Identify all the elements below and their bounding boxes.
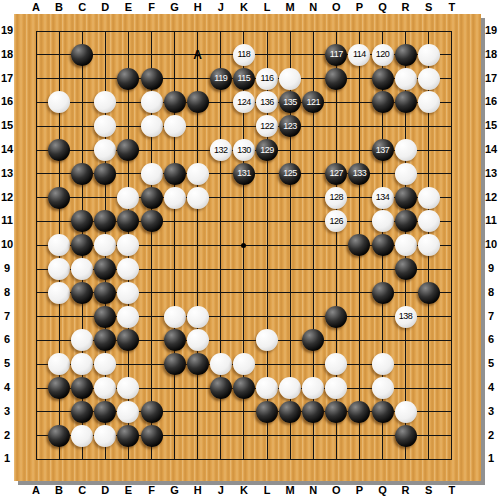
coord-label: D	[97, 1, 113, 13]
stone-L14[interactable]: 129	[256, 139, 278, 161]
grid-line	[36, 459, 453, 460]
move-number: 119	[214, 74, 227, 83]
stone-B12[interactable]	[48, 187, 70, 209]
stone-H16[interactable]	[187, 91, 209, 113]
stone-O13[interactable]: 127	[325, 163, 347, 185]
coord-label: T	[444, 1, 460, 13]
move-number: 126	[330, 217, 344, 226]
coord-label: 13	[484, 167, 498, 179]
coord-label: 10	[0, 238, 14, 250]
stone-G5[interactable]	[164, 353, 186, 375]
coord-label: K	[236, 484, 252, 496]
stone-E12[interactable]	[117, 187, 139, 209]
coord-label: 3	[0, 405, 14, 417]
coord-label: P	[351, 484, 367, 496]
stone-S18[interactable]	[418, 44, 440, 66]
stone-D7[interactable]	[94, 306, 116, 328]
coord-label: 1	[0, 452, 14, 464]
stone-Q16[interactable]	[372, 91, 394, 113]
move-number: 123	[283, 122, 297, 131]
stone-F12[interactable]	[141, 187, 163, 209]
coord-label: K	[236, 1, 252, 13]
coord-label: 6	[484, 333, 498, 345]
move-number: 138	[399, 312, 413, 321]
stone-K4[interactable]	[233, 377, 255, 399]
coord-label: 17	[484, 72, 498, 84]
coord-label: 6	[0, 333, 14, 345]
stone-K13[interactable]: 131	[233, 163, 255, 185]
move-number: 130	[237, 146, 251, 155]
stone-O3[interactable]	[325, 401, 347, 423]
stone-J14[interactable]: 132	[210, 139, 232, 161]
stone-Q11[interactable]	[372, 210, 394, 232]
stone-R12[interactable]	[395, 187, 417, 209]
coord-label: F	[144, 1, 160, 13]
coord-label: 11	[0, 214, 14, 226]
coord-label: B	[51, 484, 67, 496]
stone-G12[interactable]	[164, 187, 186, 209]
coord-label: R	[398, 1, 414, 13]
stone-K18[interactable]: 118	[233, 44, 255, 66]
go-board-window: ABCDEFGHJKLMNOPQRST ABCDEFGHJKLMNOPQRST …	[0, 0, 500, 500]
coord-label: J	[213, 484, 229, 496]
star-point	[241, 243, 246, 248]
stone-K14[interactable]: 130	[233, 139, 255, 161]
coord-label: 16	[0, 95, 14, 107]
stone-G15[interactable]	[164, 115, 186, 137]
stone-Q18[interactable]: 120	[372, 44, 394, 66]
coord-label: S	[421, 484, 437, 496]
stone-S10[interactable]	[418, 234, 440, 256]
stone-N3[interactable]	[302, 401, 324, 423]
stone-B14[interactable]	[48, 139, 70, 161]
coord-label: 18	[0, 48, 14, 60]
stone-G6[interactable]	[164, 329, 186, 351]
coord-label: 13	[0, 167, 14, 179]
stone-E2[interactable]	[117, 425, 139, 447]
coord-label: 14	[0, 143, 14, 155]
stone-H13[interactable]	[187, 163, 209, 185]
coord-label: S	[421, 1, 437, 13]
stone-M17[interactable]	[279, 68, 301, 90]
stone-C18[interactable]	[71, 44, 93, 66]
coord-label: 2	[484, 429, 498, 441]
stone-S11[interactable]	[418, 210, 440, 232]
stone-B8[interactable]	[48, 282, 70, 304]
coord-label: T	[444, 484, 460, 496]
stone-Q14[interactable]: 137	[372, 139, 394, 161]
coord-label: L	[259, 1, 275, 13]
board-annotation-A: A	[190, 48, 206, 62]
stone-S12[interactable]	[418, 187, 440, 209]
stone-O12[interactable]: 128	[325, 187, 347, 209]
coord-label: 19	[0, 24, 14, 36]
stone-Q12[interactable]: 134	[372, 187, 394, 209]
move-number: 129	[260, 146, 274, 155]
stone-B4[interactable]	[48, 377, 70, 399]
move-number: 121	[306, 98, 320, 107]
coord-label: L	[259, 484, 275, 496]
stone-D2[interactable]	[94, 425, 116, 447]
stone-F2[interactable]	[141, 425, 163, 447]
coord-label: 7	[484, 310, 498, 322]
coord-label: O	[328, 484, 344, 496]
coord-label: G	[167, 484, 183, 496]
coord-label: O	[328, 1, 344, 13]
move-number: 122	[260, 122, 274, 131]
coord-label: 17	[0, 72, 14, 84]
stone-R10[interactable]	[395, 234, 417, 256]
stone-R14[interactable]	[395, 139, 417, 161]
move-number: 136	[260, 98, 274, 107]
coord-label: N	[305, 1, 321, 13]
move-number: 131	[237, 169, 251, 178]
coord-label: 4	[484, 381, 498, 393]
stone-R11[interactable]	[395, 210, 417, 232]
coord-label: A	[28, 484, 44, 496]
stone-J4[interactable]	[210, 377, 232, 399]
move-number: 137	[376, 146, 390, 155]
stone-D3[interactable]	[94, 401, 116, 423]
stone-F3[interactable]	[141, 401, 163, 423]
stone-Q10[interactable]	[372, 234, 394, 256]
stone-B2[interactable]	[48, 425, 70, 447]
move-number: 128	[330, 193, 344, 202]
stone-L3[interactable]	[256, 401, 278, 423]
grid-line	[451, 31, 452, 460]
stone-B9[interactable]	[48, 258, 70, 280]
stone-Q17[interactable]	[372, 68, 394, 90]
stone-R13[interactable]	[395, 163, 417, 185]
coord-label: 5	[0, 357, 14, 369]
stone-C3[interactable]	[71, 401, 93, 423]
coord-label: D	[97, 484, 113, 496]
stone-Q4[interactable]	[372, 377, 394, 399]
coord-label: H	[190, 484, 206, 496]
stone-H7[interactable]	[187, 306, 209, 328]
stone-R18[interactable]	[395, 44, 417, 66]
stone-Q3[interactable]	[372, 401, 394, 423]
move-number: 116	[261, 74, 274, 83]
coord-label: G	[167, 1, 183, 13]
stone-R2[interactable]	[395, 425, 417, 447]
stone-K5[interactable]	[233, 353, 255, 375]
coord-label: 10	[484, 238, 498, 250]
stone-S17[interactable]	[418, 68, 440, 90]
coord-label: F	[144, 484, 160, 496]
coord-label: 12	[0, 191, 14, 203]
stone-Q5[interactable]	[372, 353, 394, 375]
coord-label: M	[282, 484, 298, 496]
coord-label: 3	[484, 405, 498, 417]
coord-label: 4	[0, 381, 14, 393]
stone-J5[interactable]	[210, 353, 232, 375]
move-number: 114	[353, 50, 366, 59]
coord-label: 5	[484, 357, 498, 369]
move-number: 133	[353, 169, 367, 178]
move-number: 117	[330, 50, 343, 59]
coord-label: 16	[484, 95, 498, 107]
coord-label: 7	[0, 310, 14, 322]
stone-L17[interactable]: 116	[256, 68, 278, 90]
stone-C13[interactable]	[71, 163, 93, 185]
coord-label: E	[120, 484, 136, 496]
coord-label: 1	[484, 452, 498, 464]
coord-label: E	[120, 1, 136, 13]
coord-label: R	[398, 484, 414, 496]
stone-H6[interactable]	[187, 329, 209, 351]
stone-R17[interactable]	[395, 68, 417, 90]
move-number: 118	[237, 50, 250, 59]
coord-label: B	[51, 1, 67, 13]
coord-label: 11	[484, 214, 498, 226]
coord-label: P	[351, 1, 367, 13]
stone-D8[interactable]	[94, 282, 116, 304]
coord-label: 9	[484, 262, 498, 274]
stone-M3[interactable]	[279, 401, 301, 423]
coord-label: C	[74, 1, 90, 13]
coord-label: 2	[0, 429, 14, 441]
stone-F13[interactable]	[141, 163, 163, 185]
coord-label: 15	[484, 119, 498, 131]
stone-O18[interactable]: 117	[325, 44, 347, 66]
coord-label: 14	[484, 143, 498, 155]
move-number: 127	[330, 169, 344, 178]
move-number: 120	[376, 50, 390, 59]
move-number: 115	[237, 74, 250, 83]
stone-E17[interactable]	[117, 68, 139, 90]
coord-label: 8	[484, 286, 498, 298]
move-number: 132	[214, 146, 228, 155]
stone-M13[interactable]: 125	[279, 163, 301, 185]
stone-H12[interactable]	[187, 187, 209, 209]
coord-label: Q	[375, 484, 391, 496]
stone-J17[interactable]: 119	[210, 68, 232, 90]
stone-F17[interactable]	[141, 68, 163, 90]
stone-K17[interactable]: 115	[233, 68, 255, 90]
stone-M4[interactable]	[279, 377, 301, 399]
stone-R7[interactable]: 138	[395, 306, 417, 328]
coord-label: 8	[0, 286, 14, 298]
move-number: 135	[283, 98, 297, 107]
stone-R16[interactable]	[395, 91, 417, 113]
coord-label: 19	[484, 24, 498, 36]
stone-L4[interactable]	[256, 377, 278, 399]
stone-G7[interactable]	[164, 306, 186, 328]
move-number: 124	[237, 98, 251, 107]
stone-C8[interactable]	[71, 282, 93, 304]
coord-label: A	[28, 1, 44, 13]
coord-label: J	[213, 1, 229, 13]
stone-G16[interactable]	[164, 91, 186, 113]
stone-C2[interactable]	[71, 425, 93, 447]
stone-R9[interactable]	[395, 258, 417, 280]
move-number: 134	[376, 193, 390, 202]
stone-O7[interactable]	[325, 306, 347, 328]
stone-F11[interactable]	[141, 210, 163, 232]
stone-Q8[interactable]	[372, 282, 394, 304]
coord-label: 18	[484, 48, 498, 60]
stone-G13[interactable]	[164, 163, 186, 185]
coord-label: 15	[0, 119, 14, 131]
coord-label: Q	[375, 1, 391, 13]
stone-F15[interactable]	[141, 115, 163, 137]
stone-O17[interactable]	[325, 68, 347, 90]
coord-label: 9	[0, 262, 14, 274]
coord-label: C	[74, 484, 90, 496]
stone-D13[interactable]	[94, 163, 116, 185]
coord-label: H	[190, 1, 206, 13]
stone-E7[interactable]	[117, 306, 139, 328]
stone-R3[interactable]	[395, 401, 417, 423]
coord-label: M	[282, 1, 298, 13]
coord-label: 12	[484, 191, 498, 203]
stone-S8[interactable]	[418, 282, 440, 304]
move-number: 125	[283, 169, 297, 178]
stone-H5[interactable]	[187, 353, 209, 375]
stone-F16[interactable]	[141, 91, 163, 113]
coord-label: N	[305, 484, 321, 496]
stone-S16[interactable]	[418, 91, 440, 113]
